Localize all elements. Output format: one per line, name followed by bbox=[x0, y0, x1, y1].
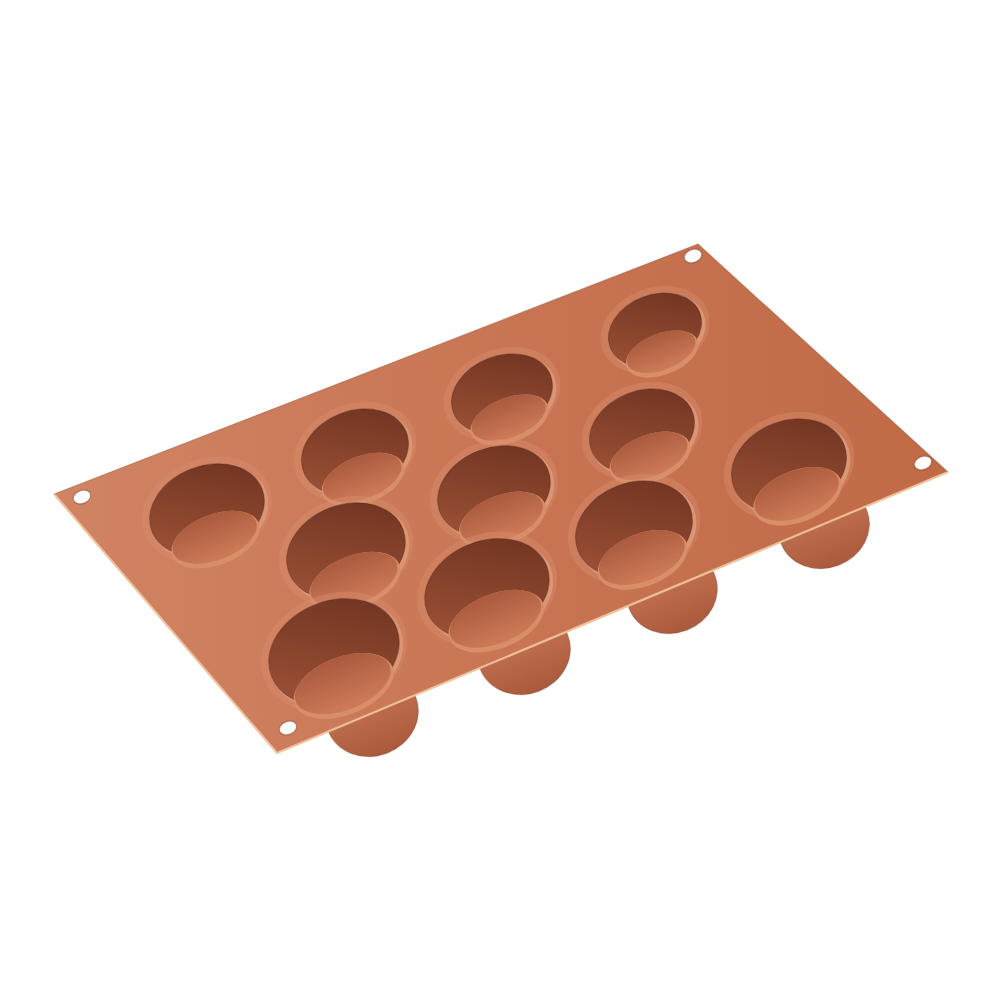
product-photo-stage bbox=[0, 0, 1000, 1000]
muffin-mold-graphic bbox=[0, 0, 1000, 1000]
